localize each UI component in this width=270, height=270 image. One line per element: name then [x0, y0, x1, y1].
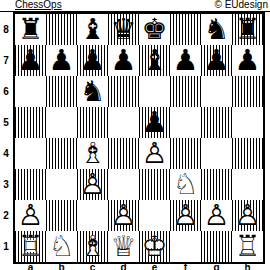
square-b1: ♞♘: [46, 231, 77, 262]
square-e4: ♟♙: [139, 138, 170, 169]
square-d7: ♟: [108, 45, 139, 76]
white-queen: ♛♕: [108, 231, 139, 262]
black-pawn-icon: ♟: [108, 45, 139, 76]
square-e2: [139, 200, 170, 231]
white-pawn-icon: ♙: [139, 138, 170, 169]
rank-label-7: 7: [0, 45, 12, 76]
black-knight: ♞: [77, 76, 108, 107]
white-pawn: ♟♙: [108, 200, 139, 231]
rank-label-1: 1: [0, 231, 12, 262]
square-b2: [46, 200, 77, 231]
square-c2: [77, 200, 108, 231]
white-rook-icon: ♖: [15, 231, 46, 262]
square-e1: ♚♔: [139, 231, 170, 262]
black-pawn-icon: ♟: [201, 45, 232, 76]
black-bishop: ♝: [77, 14, 108, 45]
black-rook-icon: ♜: [15, 14, 46, 45]
file-label-h: h: [232, 264, 263, 270]
white-pawn: ♟♙: [201, 200, 232, 231]
black-pawn: ♟: [232, 45, 263, 76]
square-h7: ♟: [232, 45, 263, 76]
black-rook-icon: ♜: [232, 14, 263, 45]
square-e6: [139, 76, 170, 107]
square-b6: [46, 76, 77, 107]
square-f2: ♟♙: [170, 200, 201, 231]
square-a8: ♜: [15, 14, 46, 45]
square-d5: [108, 107, 139, 138]
black-pawn-icon: ♟: [46, 45, 77, 76]
white-pawn-icon: ♙: [15, 200, 46, 231]
square-e8: ♚: [139, 14, 170, 45]
square-g1: [201, 231, 232, 262]
square-a6: [15, 76, 46, 107]
square-b3: [46, 169, 77, 200]
square-d4: [108, 138, 139, 169]
square-b7: ♟: [46, 45, 77, 76]
white-rook: ♜♖: [15, 231, 46, 262]
white-pawn-icon: ♙: [201, 200, 232, 231]
square-c8: ♝: [77, 14, 108, 45]
black-king: ♚: [139, 14, 170, 45]
file-label-d: d: [108, 264, 139, 270]
black-pawn-icon: ♟: [15, 45, 46, 76]
file-label-a: a: [15, 264, 46, 270]
chessops-title-link[interactable]: ChessOps: [15, 0, 62, 10]
square-g2: ♟♙: [201, 200, 232, 231]
white-knight: ♞♘: [46, 231, 77, 262]
black-pawn-icon: ♟: [232, 45, 263, 76]
black-pawn: ♟: [139, 107, 170, 138]
white-king-icon: ♔: [139, 231, 170, 262]
black-knight: ♞: [201, 14, 232, 45]
square-f7: ♟: [170, 45, 201, 76]
black-bishop: ♝: [139, 45, 170, 76]
white-bishop: ♝♗: [77, 138, 108, 169]
black-pawn-icon: ♟: [77, 45, 108, 76]
square-a7: ♟: [15, 45, 46, 76]
black-pawn: ♟: [46, 45, 77, 76]
rank-label-3: 3: [0, 169, 12, 200]
white-pawn-icon: ♙: [170, 200, 201, 231]
square-h1: ♜♖: [232, 231, 263, 262]
square-h4: [232, 138, 263, 169]
square-d1: ♛♕: [108, 231, 139, 262]
rank-label-5: 5: [0, 107, 12, 138]
square-a3: [15, 169, 46, 200]
file-label-b: b: [46, 264, 77, 270]
square-g3: [201, 169, 232, 200]
white-pawn-icon: ♙: [77, 169, 108, 200]
file-label-e: e: [139, 264, 170, 270]
square-d6: [108, 76, 139, 107]
square-a4: [15, 138, 46, 169]
black-bishop-icon: ♝: [77, 14, 108, 45]
white-knight-icon: ♘: [46, 231, 77, 262]
white-bishop: ♝♗: [77, 231, 108, 262]
black-pawn: ♟: [170, 45, 201, 76]
black-pawn: ♟: [108, 45, 139, 76]
square-f8: [170, 14, 201, 45]
black-pawn: ♟: [201, 45, 232, 76]
rank-label-6: 6: [0, 76, 12, 107]
file-label-g: g: [201, 264, 232, 270]
black-pawn: ♟: [77, 45, 108, 76]
white-rook: ♜♖: [232, 231, 263, 262]
square-c5: [77, 107, 108, 138]
square-g4: [201, 138, 232, 169]
white-pawn: ♟♙: [77, 169, 108, 200]
square-a5: [15, 107, 46, 138]
file-label-c: c: [77, 264, 108, 270]
square-f6: [170, 76, 201, 107]
square-e5: ♟: [139, 107, 170, 138]
white-bishop-icon: ♗: [77, 231, 108, 262]
white-knight-icon: ♘: [170, 169, 201, 200]
black-pawn-icon: ♟: [139, 107, 170, 138]
square-b8: [46, 14, 77, 45]
square-h8: ♜: [232, 14, 263, 45]
square-h5: [232, 107, 263, 138]
square-g5: [201, 107, 232, 138]
black-king-icon: ♚: [139, 14, 170, 45]
white-pawn: ♟♙: [232, 200, 263, 231]
black-queen: ♛: [108, 14, 139, 45]
white-pawn: ♟♙: [15, 200, 46, 231]
white-queen-icon: ♕: [108, 231, 139, 262]
square-c4: ♝♗: [77, 138, 108, 169]
square-b5: [46, 107, 77, 138]
white-pawn-icon: ♙: [108, 200, 139, 231]
black-knight-icon: ♞: [201, 14, 232, 45]
square-f1: [170, 231, 201, 262]
square-f3: ♞♘: [170, 169, 201, 200]
file-label-f: f: [170, 264, 201, 270]
black-bishop-icon: ♝: [139, 45, 170, 76]
white-pawn: ♟♙: [170, 200, 201, 231]
black-queen-icon: ♛: [108, 14, 139, 45]
white-rook-icon: ♖: [232, 231, 263, 262]
square-e3: [139, 169, 170, 200]
rank-label-2: 2: [0, 200, 12, 231]
white-bishop-icon: ♗: [77, 138, 108, 169]
black-rook: ♜: [15, 14, 46, 45]
square-c3: ♟♙: [77, 169, 108, 200]
square-g6: [201, 76, 232, 107]
square-h3: [232, 169, 263, 200]
square-c7: ♟: [77, 45, 108, 76]
rank-label-4: 4: [0, 138, 12, 169]
rank-label-8: 8: [0, 14, 12, 45]
square-h6: [232, 76, 263, 107]
square-g7: ♟: [201, 45, 232, 76]
square-d3: [108, 169, 139, 200]
white-king: ♚♔: [139, 231, 170, 262]
square-d8: ♛: [108, 14, 139, 45]
white-pawn: ♟♙: [139, 138, 170, 169]
black-rook: ♜: [232, 14, 263, 45]
square-f5: [170, 107, 201, 138]
square-c6: ♞: [77, 76, 108, 107]
chess-diagram: ChessOps © EUdesign ♜♝♛♚♞♜♟♟♟♟♝♟♟♟♞♟♝♗♟♙…: [0, 0, 270, 270]
square-a1: ♜♖: [15, 231, 46, 262]
white-knight: ♞♘: [170, 169, 201, 200]
black-knight-icon: ♞: [77, 76, 108, 107]
black-pawn: ♟: [15, 45, 46, 76]
black-pawn-icon: ♟: [170, 45, 201, 76]
square-g8: ♞: [201, 14, 232, 45]
credit-text: © EUdesign: [214, 0, 268, 10]
square-f4: [170, 138, 201, 169]
board: ♜♝♛♚♞♜♟♟♟♟♝♟♟♟♞♟♝♗♟♙♟♙♞♘♟♙♟♙♟♙♟♙♟♙♜♖♞♘♝♗…: [13, 12, 265, 264]
square-h2: ♟♙: [232, 200, 263, 231]
header-bar: ChessOps © EUdesign: [0, 0, 270, 12]
white-pawn-icon: ♙: [232, 200, 263, 231]
square-a2: ♟♙: [15, 200, 46, 231]
square-b4: [46, 138, 77, 169]
square-d2: ♟♙: [108, 200, 139, 231]
square-c1: ♝♗: [77, 231, 108, 262]
square-e7: ♝: [139, 45, 170, 76]
